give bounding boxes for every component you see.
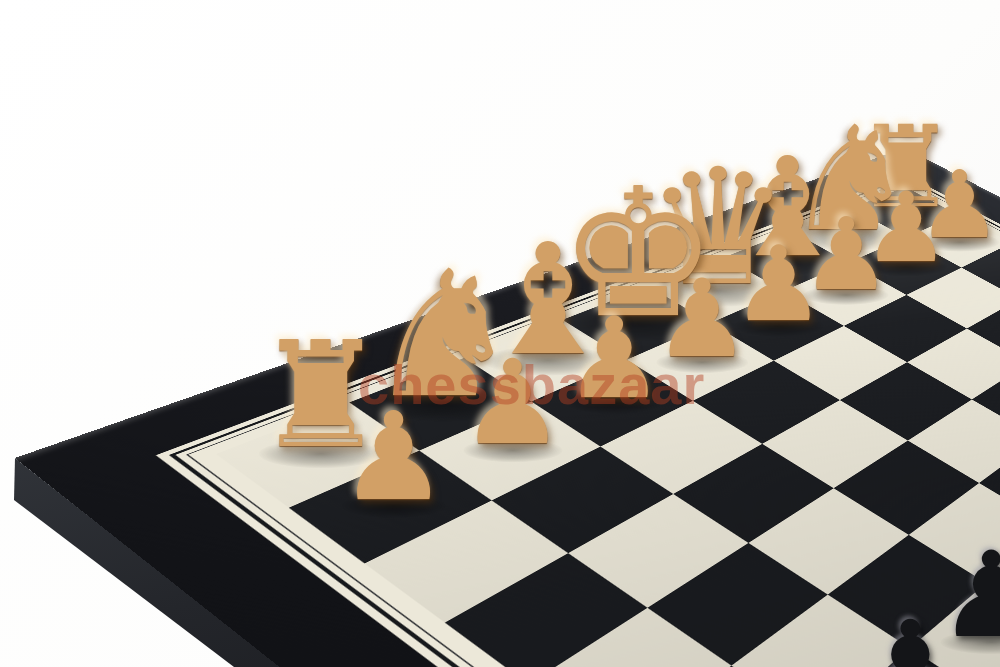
chess-product-photo: ♜♞♝♛♚♝♞♜♟♟♟♟♟♟♟♟♟♟♟ chessbazaar — [0, 0, 1000, 667]
